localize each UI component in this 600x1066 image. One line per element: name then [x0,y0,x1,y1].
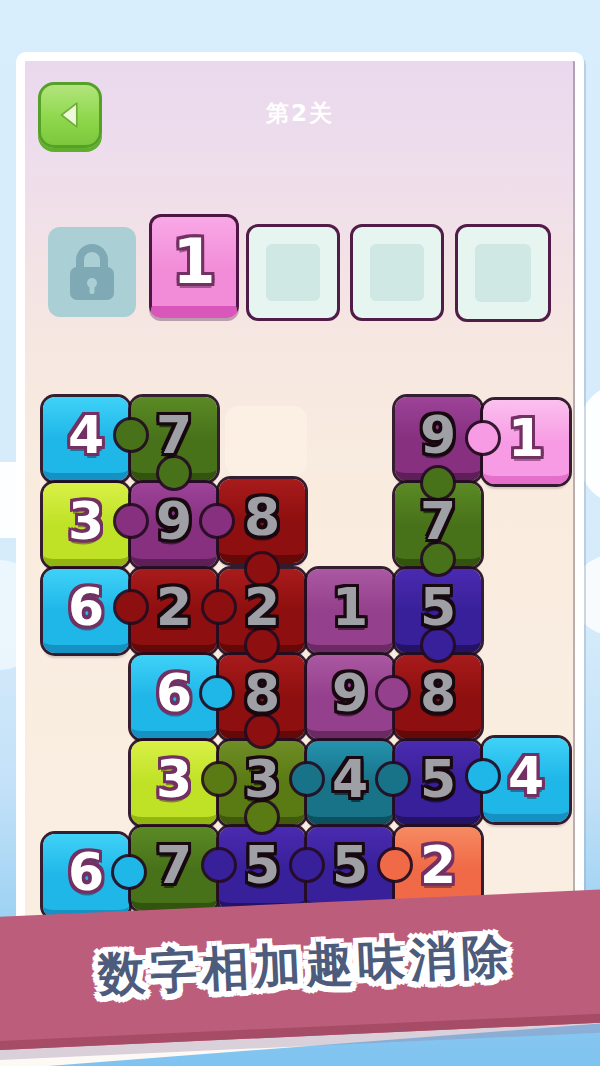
piece-value: 5 [244,839,280,891]
puzzle-tab [380,850,410,880]
piece-value: 8 [420,667,456,719]
puzzle-tab [468,761,498,791]
puzzle-piece-r4c5[interactable]: 8 [395,655,481,739]
piece-value: 4 [332,753,368,805]
puzzle-piece-r3c5[interactable]: 5 [395,569,481,653]
collected-tile-value: 1 [172,231,215,293]
puzzle-tab [378,764,408,794]
piece-value: 3 [244,753,280,805]
empty-slot[interactable] [455,224,551,322]
puzzle-tab [116,420,146,450]
puzzle-piece-r3c3[interactable]: 2 [219,569,305,653]
puzzle-piece-r3c4[interactable]: 1 [307,569,393,653]
collected-tile[interactable]: 1 [149,214,239,318]
puzzle-tab [292,764,322,794]
piece-value: 4 [68,409,104,461]
puzzle-piece-r4c3[interactable]: 8 [219,655,305,739]
empty-slot-inner [370,244,425,300]
piece-value: 5 [420,581,456,633]
puzzle-tab [292,850,322,880]
piece-value: 9 [156,495,192,547]
puzzle-tab [116,506,146,536]
piece-value: 1 [332,581,368,633]
level-title: 第2关 [0,98,600,129]
piece-value: 5 [420,753,456,805]
empty-slot-inner [475,244,531,301]
puzzle-tab [204,764,234,794]
puzzle-tab [204,850,234,880]
puzzle-tab [204,592,234,622]
puzzle-piece-r6c1[interactable]: 6 [43,834,129,918]
puzzle-piece-r4c2[interactable]: 6 [131,655,217,739]
puzzle-piece-r2c5[interactable]: 7 [395,483,481,567]
empty-slot[interactable] [350,224,444,321]
banner-text: 数字相加趣味消除 [97,924,515,1006]
puzzle-piece-r1c6[interactable]: 1 [483,400,569,484]
piece-value: 8 [244,491,280,543]
puzzle-piece-r5c4[interactable]: 4 [307,741,393,825]
puzzle-piece-r5c5[interactable]: 5 [395,741,481,825]
lock-icon [70,244,114,300]
puzzle-tab [202,506,232,536]
piece-value: 7 [156,839,192,891]
puzzle-tab [202,678,232,708]
piece-value: 2 [156,581,192,633]
puzzle-piece-r2c2[interactable]: 9 [131,483,217,567]
empty-slot-inner [266,244,321,300]
piece-value: 7 [156,409,192,461]
piece-value: 9 [332,667,368,719]
puzzle-tab [116,592,146,622]
piece-value: 9 [420,409,456,461]
empty-slot[interactable] [246,224,340,321]
puzzle-piece-r1c2[interactable]: 7 [131,397,217,481]
piece-value: 6 [68,581,104,633]
puzzle-tab [468,423,498,453]
piece-value: 1 [508,412,544,464]
piece-value: 3 [156,753,192,805]
piece-value: 8 [244,667,280,719]
piece-value: 5 [332,839,368,891]
piece-value: 6 [156,667,192,719]
puzzle-piece-r5c6[interactable]: 4 [483,738,569,822]
piece-value: 2 [244,581,280,633]
puzzle-tab [378,678,408,708]
piece-value: 6 [68,846,104,898]
puzzle-tab [114,857,144,887]
game-screen: 第2关 1 479139876221568983345467552 数字相加趣味… [0,0,600,1066]
piece-value: 2 [420,839,456,891]
puzzle-piece-r4c4[interactable]: 9 [307,655,393,739]
board-empty-cell [225,406,307,476]
piece-value: 4 [508,750,544,802]
piece-value: 7 [420,495,456,547]
promo-banner: 数字相加趣味消除 [0,888,600,1051]
locked-slot[interactable] [48,227,136,317]
piece-value: 3 [68,495,104,547]
